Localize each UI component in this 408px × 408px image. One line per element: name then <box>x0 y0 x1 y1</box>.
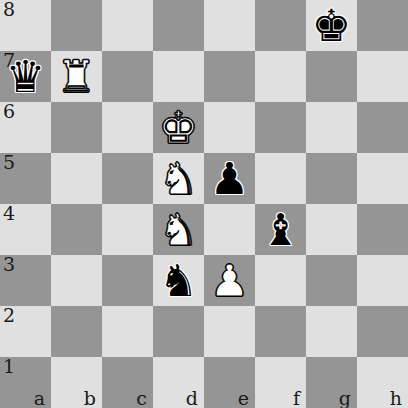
square-a5[interactable]: 5 <box>0 153 51 204</box>
black-pawn-icon[interactable]: ♟ <box>204 153 255 204</box>
square-f7[interactable] <box>255 51 306 102</box>
file-label-b: b <box>84 388 96 408</box>
square-c6[interactable] <box>102 102 153 153</box>
square-d7[interactable] <box>153 51 204 102</box>
square-e1[interactable]: e <box>204 357 255 408</box>
square-h7[interactable] <box>357 51 408 102</box>
white-knight-icon[interactable]: ♞ <box>153 153 204 204</box>
black-queen-icon[interactable]: ♛ <box>0 51 51 102</box>
black-bishop-icon[interactable]: ♝ <box>255 204 306 255</box>
square-g5[interactable] <box>306 153 357 204</box>
rank-label-1: 1 <box>3 355 15 377</box>
rank-label-3: 3 <box>3 253 15 275</box>
rank-label-6: 6 <box>3 100 15 122</box>
rank-label-2: 2 <box>3 304 15 326</box>
file-label-c: c <box>136 388 147 408</box>
square-b5[interactable] <box>51 153 102 204</box>
square-a2[interactable]: 2 <box>0 306 51 357</box>
square-f3[interactable] <box>255 255 306 306</box>
rank-label-4: 4 <box>3 202 15 224</box>
square-g8[interactable]: ♚ <box>306 0 357 51</box>
file-label-e: e <box>238 388 249 408</box>
square-e7[interactable] <box>204 51 255 102</box>
square-h6[interactable] <box>357 102 408 153</box>
square-b4[interactable] <box>51 204 102 255</box>
square-c2[interactable] <box>102 306 153 357</box>
square-c5[interactable] <box>102 153 153 204</box>
square-e8[interactable] <box>204 0 255 51</box>
square-f8[interactable] <box>255 0 306 51</box>
white-king-icon[interactable]: ♚ <box>153 102 204 153</box>
square-d8[interactable] <box>153 0 204 51</box>
square-g2[interactable] <box>306 306 357 357</box>
square-a7[interactable]: 7♛ <box>0 51 51 102</box>
square-d2[interactable] <box>153 306 204 357</box>
square-g1[interactable]: g <box>306 357 357 408</box>
square-e2[interactable] <box>204 306 255 357</box>
square-d5[interactable]: ♞ <box>153 153 204 204</box>
square-h8[interactable] <box>357 0 408 51</box>
square-c3[interactable] <box>102 255 153 306</box>
square-g6[interactable] <box>306 102 357 153</box>
file-label-f: f <box>293 388 300 408</box>
rank-label-5: 5 <box>3 151 15 173</box>
square-e6[interactable] <box>204 102 255 153</box>
white-pawn-icon[interactable]: ♟ <box>204 255 255 306</box>
square-c1[interactable]: c <box>102 357 153 408</box>
square-f2[interactable] <box>255 306 306 357</box>
square-d1[interactable]: d <box>153 357 204 408</box>
square-a4[interactable]: 4 <box>0 204 51 255</box>
square-e3[interactable]: ♟ <box>204 255 255 306</box>
square-a8[interactable]: 8 <box>0 0 51 51</box>
file-label-d: d <box>186 388 198 408</box>
square-a3[interactable]: 3 <box>0 255 51 306</box>
square-f5[interactable] <box>255 153 306 204</box>
black-king-icon[interactable]: ♚ <box>306 0 357 51</box>
square-c7[interactable] <box>102 51 153 102</box>
square-g3[interactable] <box>306 255 357 306</box>
square-c4[interactable] <box>102 204 153 255</box>
square-g7[interactable] <box>306 51 357 102</box>
white-rook-icon[interactable]: ♜ <box>51 51 102 102</box>
square-b8[interactable] <box>51 0 102 51</box>
square-f6[interactable] <box>255 102 306 153</box>
square-c8[interactable] <box>102 0 153 51</box>
square-a1[interactable]: 1a <box>0 357 51 408</box>
square-h3[interactable] <box>357 255 408 306</box>
square-h2[interactable] <box>357 306 408 357</box>
square-h4[interactable] <box>357 204 408 255</box>
square-e4[interactable] <box>204 204 255 255</box>
file-label-a: a <box>34 388 45 408</box>
square-d6[interactable]: ♚ <box>153 102 204 153</box>
square-b2[interactable] <box>51 306 102 357</box>
square-h1[interactable]: h <box>357 357 408 408</box>
square-f1[interactable]: f <box>255 357 306 408</box>
square-b6[interactable] <box>51 102 102 153</box>
square-h5[interactable] <box>357 153 408 204</box>
square-b7[interactable]: ♜ <box>51 51 102 102</box>
square-d4[interactable]: ♞ <box>153 204 204 255</box>
chess-board: 8♚7♛♜6♚5♞♟4♞♝3♞♟21abcdefgh <box>0 0 408 408</box>
square-f4[interactable]: ♝ <box>255 204 306 255</box>
square-b3[interactable] <box>51 255 102 306</box>
black-knight-icon[interactable]: ♞ <box>153 255 204 306</box>
square-d3[interactable]: ♞ <box>153 255 204 306</box>
rank-label-8: 8 <box>3 0 15 20</box>
white-knight-icon[interactable]: ♞ <box>153 204 204 255</box>
square-e5[interactable]: ♟ <box>204 153 255 204</box>
chess-diagram: 8♚7♛♜6♚5♞♟4♞♝3♞♟21abcdefgh <box>0 0 408 408</box>
file-label-h: h <box>390 388 402 408</box>
square-a6[interactable]: 6 <box>0 102 51 153</box>
square-g4[interactable] <box>306 204 357 255</box>
file-label-g: g <box>339 388 351 408</box>
square-b1[interactable]: b <box>51 357 102 408</box>
